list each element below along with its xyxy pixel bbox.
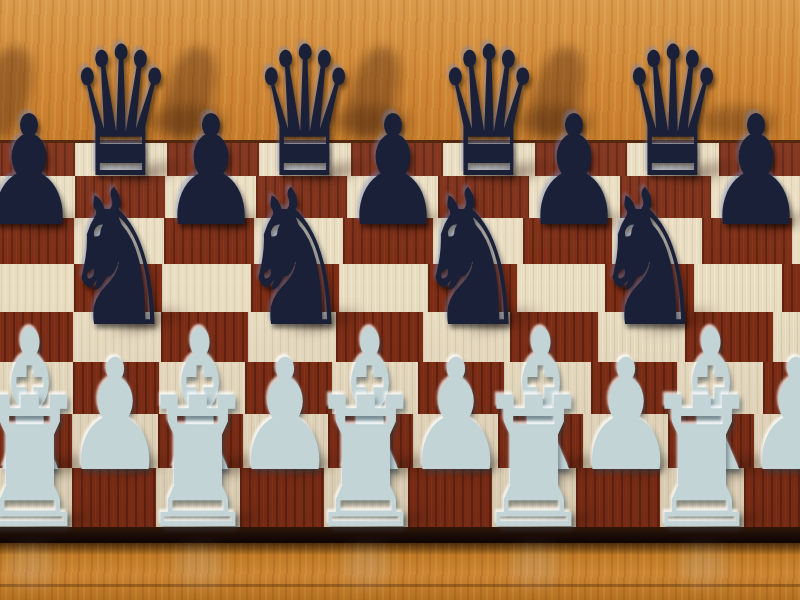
piece-dark-pawn-i7[interactable]: ♟ <box>700 96 800 248</box>
piece-light-rook-e1[interactable]: ♜ <box>299 374 432 554</box>
piece-light-rook-c1[interactable]: ♜ <box>131 374 264 554</box>
piece-layer: ♛♛♛♛♟♟♟♟♟♞♞♞♞♝♟♝♟♝♟♝♟♝♟♜♜♜♜♜ <box>0 0 800 600</box>
piece-light-rook-i1[interactable]: ♜ <box>635 374 768 554</box>
piece-light-rook-a1[interactable]: ♜ <box>0 374 97 554</box>
chess-scene: ♛♛♛♛♟♟♟♟♟♞♞♞♞♝♟♝♟♝♟♝♟♝♟♜♜♜♜♜ <box>0 0 800 600</box>
piece-light-rook-g1[interactable]: ♜ <box>467 374 600 554</box>
